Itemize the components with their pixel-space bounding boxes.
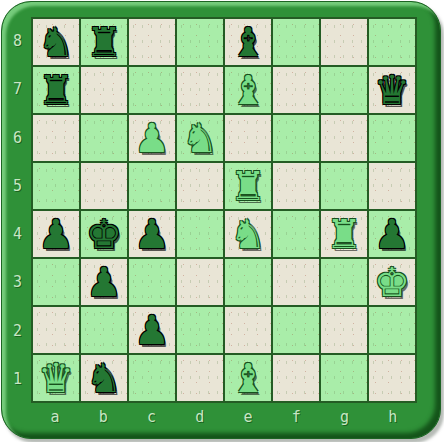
piece-white-bishop[interactable]: ♝ [230,70,266,110]
piece-black-pawn[interactable]: ♟ [38,214,74,254]
square-a6[interactable] [33,115,79,161]
square-d1[interactable] [177,355,223,401]
square-g7[interactable] [321,67,367,113]
square-f1[interactable] [273,355,319,401]
piece-black-knight[interactable]: ♞ [86,358,122,398]
square-c2[interactable]: ♟ [129,307,175,353]
square-h4[interactable]: ♟ [369,211,415,257]
file-label-c: c [128,402,176,432]
square-b2[interactable] [81,307,127,353]
piece-black-rook[interactable]: ♜ [38,70,74,110]
piece-black-pawn[interactable]: ♟ [86,262,122,302]
square-h7[interactable]: ♛ [369,67,415,113]
piece-black-queen[interactable]: ♛ [374,70,410,110]
square-g4[interactable]: ♜ [321,211,367,257]
square-g5[interactable] [321,163,367,209]
square-f8[interactable] [273,19,319,65]
square-d5[interactable] [177,163,223,209]
square-d3[interactable] [177,259,223,305]
file-label-f: f [272,402,320,432]
square-h8[interactable] [369,19,415,65]
square-c4[interactable]: ♟ [129,211,175,257]
square-f2[interactable] [273,307,319,353]
piece-black-pawn[interactable]: ♟ [374,214,410,254]
square-f6[interactable] [273,115,319,161]
piece-black-king[interactable]: ♚ [86,214,122,254]
square-f4[interactable] [273,211,319,257]
square-c5[interactable] [129,163,175,209]
square-e5[interactable]: ♜ [225,163,271,209]
piece-black-knight[interactable]: ♞ [38,22,74,62]
square-c8[interactable] [129,19,175,65]
square-e7[interactable]: ♝ [225,67,271,113]
piece-black-rook[interactable]: ♜ [86,22,122,62]
file-label-a: a [31,402,79,432]
square-g6[interactable] [321,115,367,161]
file-label-g: g [321,402,369,432]
square-f7[interactable] [273,67,319,113]
board-frame: 87654321 ♞♜♝♜♝♛♟♞♜♟♚♟♞♜♟♟♚♟♛♞♝ abcdefgh [1,1,441,439]
square-h5[interactable] [369,163,415,209]
square-f3[interactable] [273,259,319,305]
square-d4[interactable] [177,211,223,257]
piece-black-pawn[interactable]: ♟ [134,310,170,350]
square-e3[interactable] [225,259,271,305]
square-e4[interactable]: ♞ [225,211,271,257]
square-a5[interactable] [33,163,79,209]
square-a2[interactable] [33,307,79,353]
piece-white-knight[interactable]: ♞ [182,118,218,158]
piece-black-pawn[interactable]: ♟ [134,214,170,254]
rank-label-2: 2 [4,307,31,355]
rank-label-4: 4 [4,210,31,258]
piece-white-king[interactable]: ♚ [374,262,410,302]
rank-label-3: 3 [4,258,31,306]
square-e6[interactable] [225,115,271,161]
rank-label-1: 1 [4,355,31,403]
square-g3[interactable] [321,259,367,305]
piece-white-knight[interactable]: ♞ [230,214,266,254]
file-label-h: h [369,402,417,432]
piece-white-pawn[interactable]: ♟ [134,118,170,158]
rank-label-5: 5 [4,162,31,210]
square-c7[interactable] [129,67,175,113]
square-b3[interactable]: ♟ [81,259,127,305]
square-g8[interactable] [321,19,367,65]
piece-white-queen[interactable]: ♛ [38,358,74,398]
piece-black-bishop[interactable]: ♝ [230,22,266,62]
square-b1[interactable]: ♞ [81,355,127,401]
file-label-e: e [224,402,272,432]
square-c1[interactable] [129,355,175,401]
square-d2[interactable] [177,307,223,353]
rank-label-8: 8 [4,17,31,65]
piece-white-bishop[interactable]: ♝ [230,358,266,398]
square-c3[interactable] [129,259,175,305]
square-a4[interactable]: ♟ [33,211,79,257]
square-e2[interactable] [225,307,271,353]
square-d6[interactable]: ♞ [177,115,223,161]
square-b6[interactable] [81,115,127,161]
square-f5[interactable] [273,163,319,209]
square-c6[interactable]: ♟ [129,115,175,161]
square-a3[interactable] [33,259,79,305]
file-label-d: d [176,402,224,432]
square-h6[interactable] [369,115,415,161]
chess-board[interactable]: ♞♜♝♜♝♛♟♞♜♟♚♟♞♜♟♟♚♟♛♞♝ [31,17,417,403]
square-h2[interactable] [369,307,415,353]
square-e1[interactable]: ♝ [225,355,271,401]
chess-app-window: 87654321 ♞♜♝♜♝♛♟♞♜♟♚♟♞♜♟♟♚♟♛♞♝ abcdefgh [0,0,444,442]
square-b4[interactable]: ♚ [81,211,127,257]
square-a8[interactable]: ♞ [33,19,79,65]
square-b8[interactable]: ♜ [81,19,127,65]
square-a7[interactable]: ♜ [33,67,79,113]
file-labels: abcdefgh [31,402,417,432]
square-h1[interactable] [369,355,415,401]
square-d7[interactable] [177,67,223,113]
rank-label-6: 6 [4,114,31,162]
square-a1[interactable]: ♛ [33,355,79,401]
square-g1[interactable] [321,355,367,401]
square-b5[interactable] [81,163,127,209]
square-b7[interactable] [81,67,127,113]
piece-white-rook[interactable]: ♜ [230,166,266,206]
rank-label-7: 7 [4,65,31,113]
piece-white-rook[interactable]: ♜ [326,214,362,254]
rank-labels: 87654321 [4,17,31,403]
square-h3[interactable]: ♚ [369,259,415,305]
square-g2[interactable] [321,307,367,353]
square-d8[interactable] [177,19,223,65]
square-e8[interactable]: ♝ [225,19,271,65]
file-label-b: b [79,402,127,432]
